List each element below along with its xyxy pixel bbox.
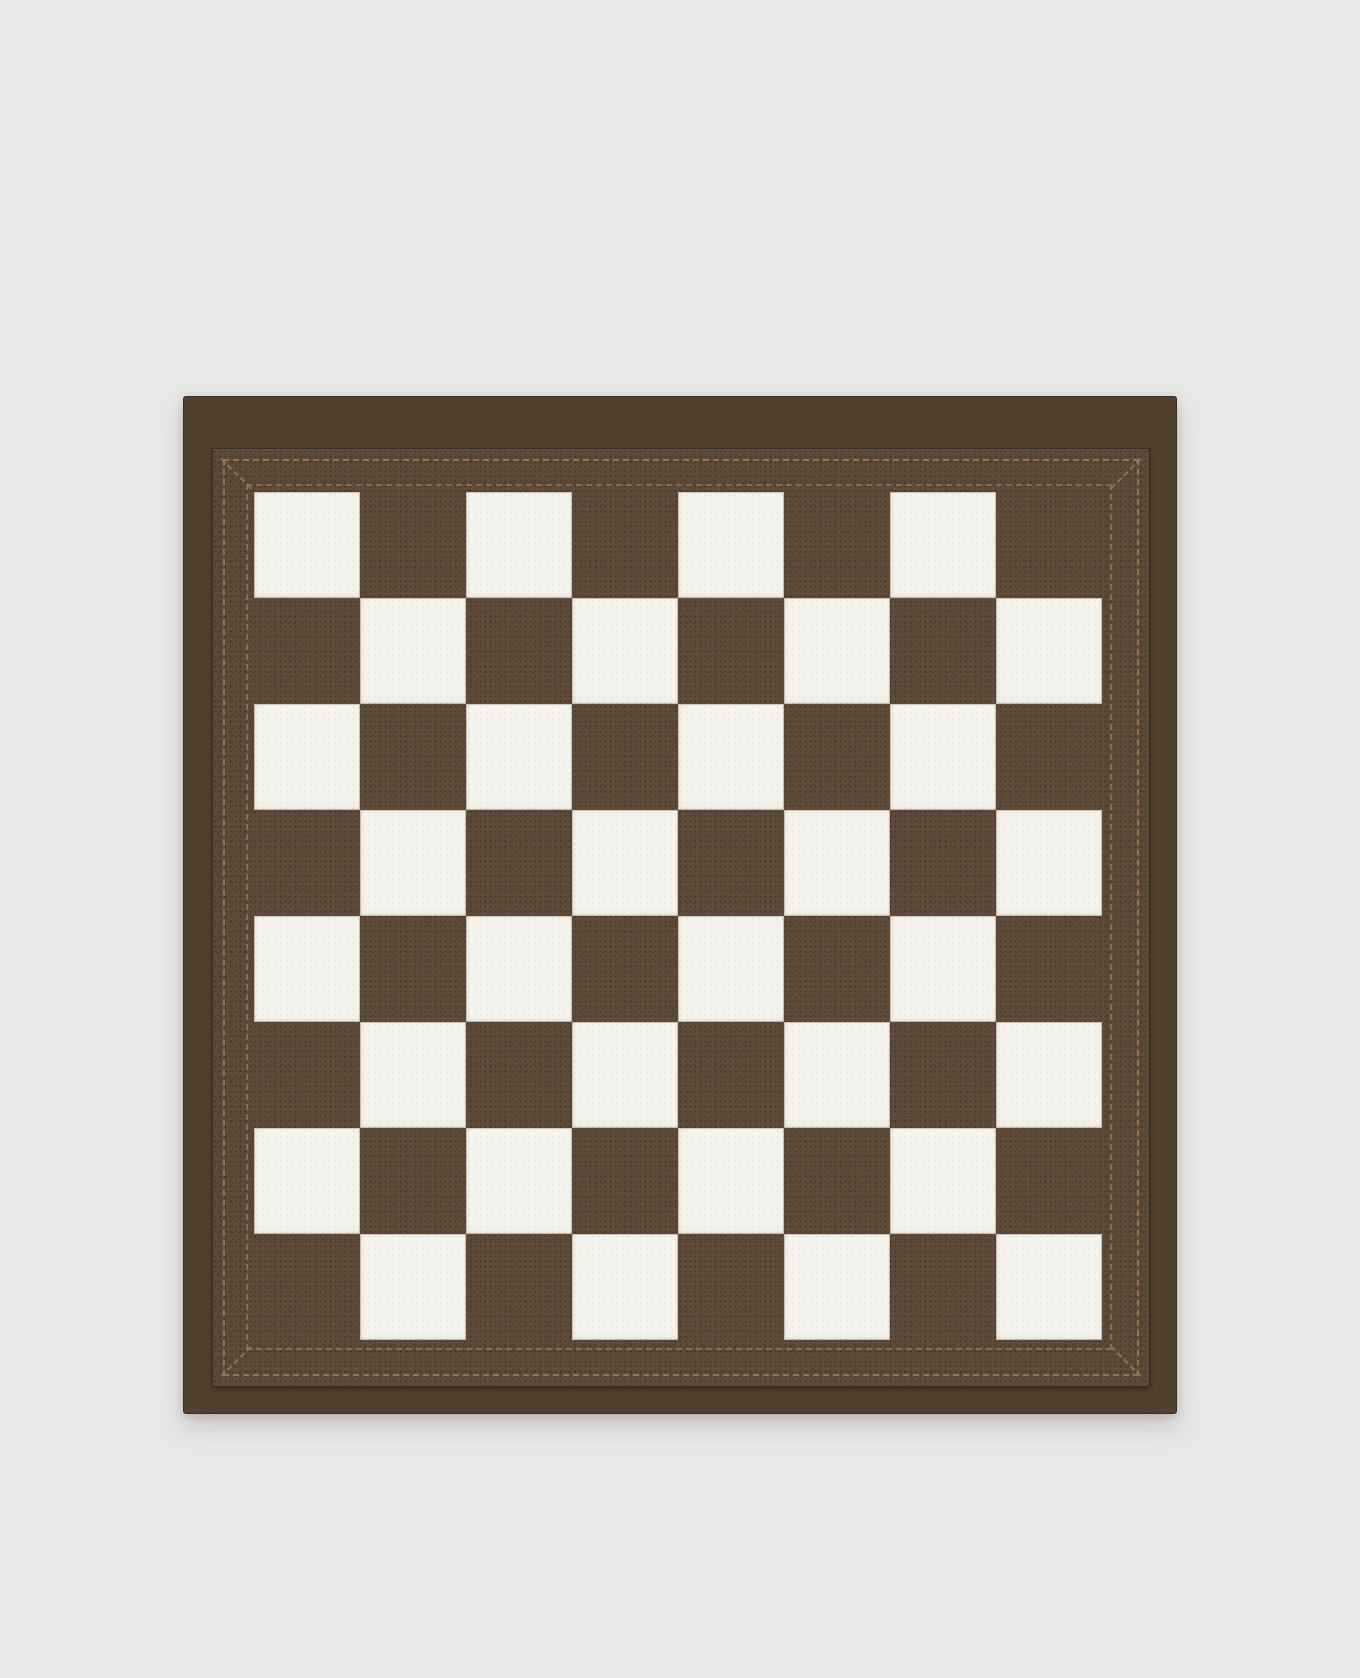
square-c3 [466,1022,572,1128]
board-grid [254,492,1102,1340]
square-b1 [360,1234,466,1340]
square-g4 [890,916,996,1022]
square-c7 [466,598,572,704]
square-e1 [678,1234,784,1340]
square-d6 [572,704,678,810]
corner-stitch-bottom-left [221,1346,252,1377]
square-f5 [784,810,890,916]
square-c6 [466,704,572,810]
square-c2 [466,1128,572,1234]
square-e5 [678,810,784,916]
studio-background [0,0,1360,1678]
square-g7 [890,598,996,704]
square-e7 [678,598,784,704]
square-f6 [784,704,890,810]
square-g3 [890,1022,996,1128]
square-d7 [572,598,678,704]
corner-stitch-bottom-right [1110,1346,1141,1377]
chessboard [183,396,1177,1414]
square-f3 [784,1022,890,1128]
square-f2 [784,1128,890,1234]
square-h7 [996,598,1102,704]
square-c4 [466,916,572,1022]
corner-stitch-top-right [1110,458,1141,489]
square-b3 [360,1022,466,1128]
square-e3 [678,1022,784,1128]
square-b8 [360,492,466,598]
square-g1 [890,1234,996,1340]
square-c5 [466,810,572,916]
square-b7 [360,598,466,704]
square-g2 [890,1128,996,1234]
square-h5 [996,810,1102,916]
square-c8 [466,492,572,598]
square-a3 [254,1022,360,1128]
square-d8 [572,492,678,598]
square-e4 [678,916,784,1022]
square-g6 [890,704,996,810]
square-a5 [254,810,360,916]
square-a6 [254,704,360,810]
square-e2 [678,1128,784,1234]
square-d3 [572,1022,678,1128]
square-b4 [360,916,466,1022]
square-h1 [996,1234,1102,1340]
square-d2 [572,1128,678,1234]
square-a2 [254,1128,360,1234]
square-a7 [254,598,360,704]
square-d5 [572,810,678,916]
square-d1 [572,1234,678,1340]
square-h4 [996,916,1102,1022]
square-h8 [996,492,1102,598]
square-a8 [254,492,360,598]
board-top-panel [212,448,1150,1387]
corner-stitch-top-left [221,458,252,489]
square-b6 [360,704,466,810]
square-f1 [784,1234,890,1340]
square-f8 [784,492,890,598]
square-b5 [360,810,466,916]
square-a4 [254,916,360,1022]
square-b2 [360,1128,466,1234]
square-g8 [890,492,996,598]
square-h6 [996,704,1102,810]
square-g5 [890,810,996,916]
square-a1 [254,1234,360,1340]
square-e8 [678,492,784,598]
square-f4 [784,916,890,1022]
square-h3 [996,1022,1102,1128]
square-e6 [678,704,784,810]
square-d4 [572,916,678,1022]
square-h2 [996,1128,1102,1234]
square-c1 [466,1234,572,1340]
square-f7 [784,598,890,704]
